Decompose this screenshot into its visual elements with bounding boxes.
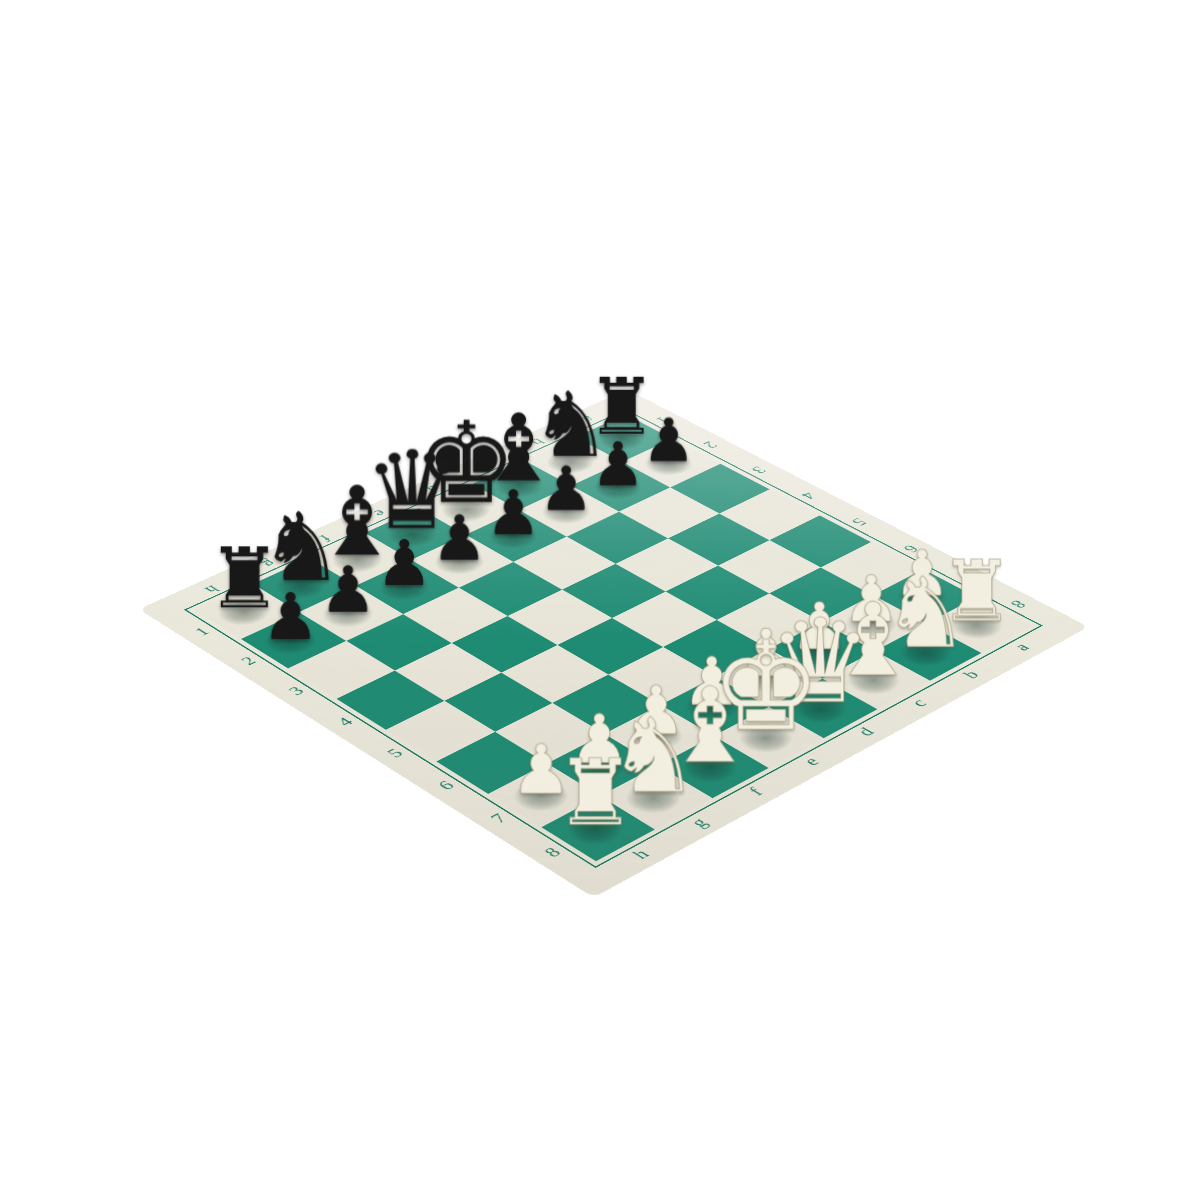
piece-black-pawn-b2: ♟ (591, 437, 645, 493)
playing-area: ♜♟♟♜♞♟♟♞♝♟♟♝♚♟♟♛♛♟♟♚♝♟♟♝♞♟♟♞♜♟♟♜ (139, 389, 1089, 897)
vinyl-mat: ♜♟♟♜♞♟♟♞♝♟♟♝♚♟♟♛♛♟♟♚♝♟♟♝♞♟♟♞♜♟♟♜ aa11bb2… (139, 389, 1089, 897)
piece-black-pawn-g2: ♟ (320, 561, 377, 620)
piece-black-pawn-f2: ♟ (376, 535, 433, 593)
chess-board: ♜♟♟♜♞♟♟♞♝♟♟♝♚♟♟♛♛♟♟♚♝♟♟♝♞♟♟♞♜♟♟♜ aa11bb2… (139, 389, 1089, 897)
piece-black-pawn-d2: ♟ (486, 485, 542, 542)
piece-black-pawn-c2: ♟ (539, 461, 594, 517)
square-e5 (557, 618, 663, 675)
piece-black-pawn-a2: ♟ (642, 414, 696, 469)
product-photo-scene: ♜♟♟♜♞♟♟♞♝♟♟♝♚♟♟♛♛♟♟♚♝♟♟♝♞♟♟♞♜♟♟♜ aa11bb2… (0, 0, 1200, 1200)
piece-black-pawn-e2: ♟ (432, 510, 488, 568)
piece-white-rook-h8: ♜ (554, 751, 636, 835)
piece-black-pawn-h2: ♟ (262, 587, 320, 646)
